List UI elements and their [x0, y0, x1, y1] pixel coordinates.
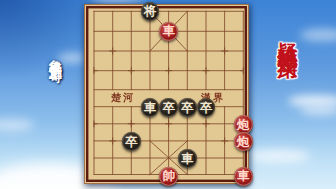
piece-red-general[interactable]: 帥 [159, 167, 178, 184]
cloud [0, 119, 34, 131]
title-caption: 疑难绝妙实用 [275, 26, 302, 47]
cloud [288, 95, 336, 107]
cloud [300, 29, 336, 41]
piece-layer: 将車車卒卒卒炮卒炮車帥車 [85, 1, 253, 184]
piece-black-soldier-3[interactable]: 卒 [197, 99, 216, 116]
piece-black-chariot-2[interactable]: 車 [178, 150, 197, 167]
piece-black-soldier-1[interactable]: 卒 [159, 99, 178, 116]
piece-black-general[interactable]: 将 [141, 1, 160, 21]
channel-caption: 象棋刘正哥 [46, 48, 64, 63]
piece-black-soldier-2[interactable]: 卒 [178, 99, 197, 116]
piece-red-chariot-1[interactable]: 車 [159, 21, 178, 41]
video-frame: 象棋刘正哥 疑难绝妙实用 楚河 漢界 将車車卒卒卒炮卒炮車帥車 [0, 0, 336, 189]
cloud [300, 107, 336, 115]
cloud [246, 149, 310, 163]
piece-red-chariot-2[interactable]: 車 [234, 167, 253, 184]
piece-red-cannon-2[interactable]: 炮 [234, 133, 253, 150]
piece-red-cannon-1[interactable]: 炮 [234, 116, 253, 133]
piece-black-soldier-4[interactable]: 卒 [122, 133, 141, 150]
xiangqi-board[interactable]: 楚河 漢界 将車車卒卒卒炮卒炮車帥車 [84, 4, 249, 184]
piece-black-chariot-1[interactable]: 車 [141, 99, 160, 116]
